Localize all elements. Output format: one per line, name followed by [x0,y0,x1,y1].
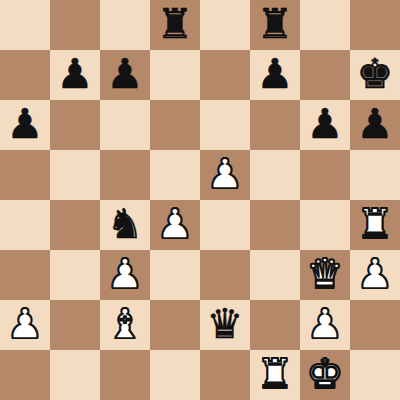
square-g7[interactable] [300,50,350,100]
square-d8[interactable]: ♜ [150,0,200,50]
square-h7[interactable]: ♚ [350,50,400,100]
square-a8[interactable] [0,0,50,50]
square-d4[interactable]: ♟ [150,200,200,250]
square-f6[interactable] [250,100,300,150]
square-b8[interactable] [50,0,100,50]
black-rook[interactable]: ♜ [257,0,294,49]
square-c7[interactable]: ♟ [100,50,150,100]
white-bishop[interactable]: ♝ [107,300,144,349]
square-h5[interactable] [350,150,400,200]
square-g4[interactable] [300,200,350,250]
square-c2[interactable]: ♝ [100,300,150,350]
black-pawn[interactable]: ♟ [57,50,94,99]
square-h3[interactable]: ♟ [350,250,400,300]
square-g2[interactable]: ♟ [300,300,350,350]
square-c8[interactable] [100,0,150,50]
square-e6[interactable] [200,100,250,150]
black-queen[interactable]: ♛ [207,300,244,349]
chess-board: ♜♜♟♟♟♚♟♟♟♟♞♟♜♟♛♟♟♝♛♟♜♚ [0,0,400,400]
white-queen[interactable]: ♛ [307,250,344,299]
square-g3[interactable]: ♛ [300,250,350,300]
square-h1[interactable] [350,350,400,400]
white-pawn[interactable]: ♟ [107,250,144,299]
square-d2[interactable] [150,300,200,350]
black-pawn[interactable]: ♟ [107,50,144,99]
square-d6[interactable] [150,100,200,150]
square-d5[interactable] [150,150,200,200]
square-e8[interactable] [200,0,250,50]
square-h2[interactable] [350,300,400,350]
square-e3[interactable] [200,250,250,300]
square-a2[interactable]: ♟ [0,300,50,350]
square-d3[interactable] [150,250,200,300]
black-pawn[interactable]: ♟ [7,100,44,149]
black-pawn[interactable]: ♟ [357,100,394,149]
square-g8[interactable] [300,0,350,50]
square-d1[interactable] [150,350,200,400]
square-g5[interactable] [300,150,350,200]
square-e5[interactable]: ♟ [200,150,250,200]
white-pawn[interactable]: ♟ [7,300,44,349]
square-b5[interactable] [50,150,100,200]
square-f2[interactable] [250,300,300,350]
white-pawn[interactable]: ♟ [207,150,244,199]
black-pawn[interactable]: ♟ [257,50,294,99]
white-rook[interactable]: ♜ [257,350,294,399]
square-c1[interactable] [100,350,150,400]
black-rook[interactable]: ♜ [157,0,194,49]
square-e4[interactable] [200,200,250,250]
square-d7[interactable] [150,50,200,100]
square-a5[interactable] [0,150,50,200]
square-c5[interactable] [100,150,150,200]
square-a4[interactable] [0,200,50,250]
square-f3[interactable] [250,250,300,300]
square-e1[interactable] [200,350,250,400]
square-e2[interactable]: ♛ [200,300,250,350]
square-g1[interactable]: ♚ [300,350,350,400]
square-f5[interactable] [250,150,300,200]
black-knight[interactable]: ♞ [107,200,144,249]
black-king[interactable]: ♚ [357,50,394,99]
square-f1[interactable]: ♜ [250,350,300,400]
white-pawn[interactable]: ♟ [357,250,394,299]
square-b3[interactable] [50,250,100,300]
square-a3[interactable] [0,250,50,300]
square-h4[interactable]: ♜ [350,200,400,250]
square-h6[interactable]: ♟ [350,100,400,150]
white-pawn[interactable]: ♟ [307,300,344,349]
square-b1[interactable] [50,350,100,400]
square-g6[interactable]: ♟ [300,100,350,150]
square-f4[interactable] [250,200,300,250]
white-rook[interactable]: ♜ [357,200,394,249]
square-a6[interactable]: ♟ [0,100,50,150]
white-pawn[interactable]: ♟ [157,200,194,249]
square-f8[interactable]: ♜ [250,0,300,50]
square-b4[interactable] [50,200,100,250]
square-b7[interactable]: ♟ [50,50,100,100]
square-c6[interactable] [100,100,150,150]
square-b2[interactable] [50,300,100,350]
black-pawn[interactable]: ♟ [307,100,344,149]
square-a1[interactable] [0,350,50,400]
white-king[interactable]: ♚ [307,350,344,399]
square-b6[interactable] [50,100,100,150]
square-c4[interactable]: ♞ [100,200,150,250]
square-a7[interactable] [0,50,50,100]
square-f7[interactable]: ♟ [250,50,300,100]
square-h8[interactable] [350,0,400,50]
square-e7[interactable] [200,50,250,100]
square-c3[interactable]: ♟ [100,250,150,300]
